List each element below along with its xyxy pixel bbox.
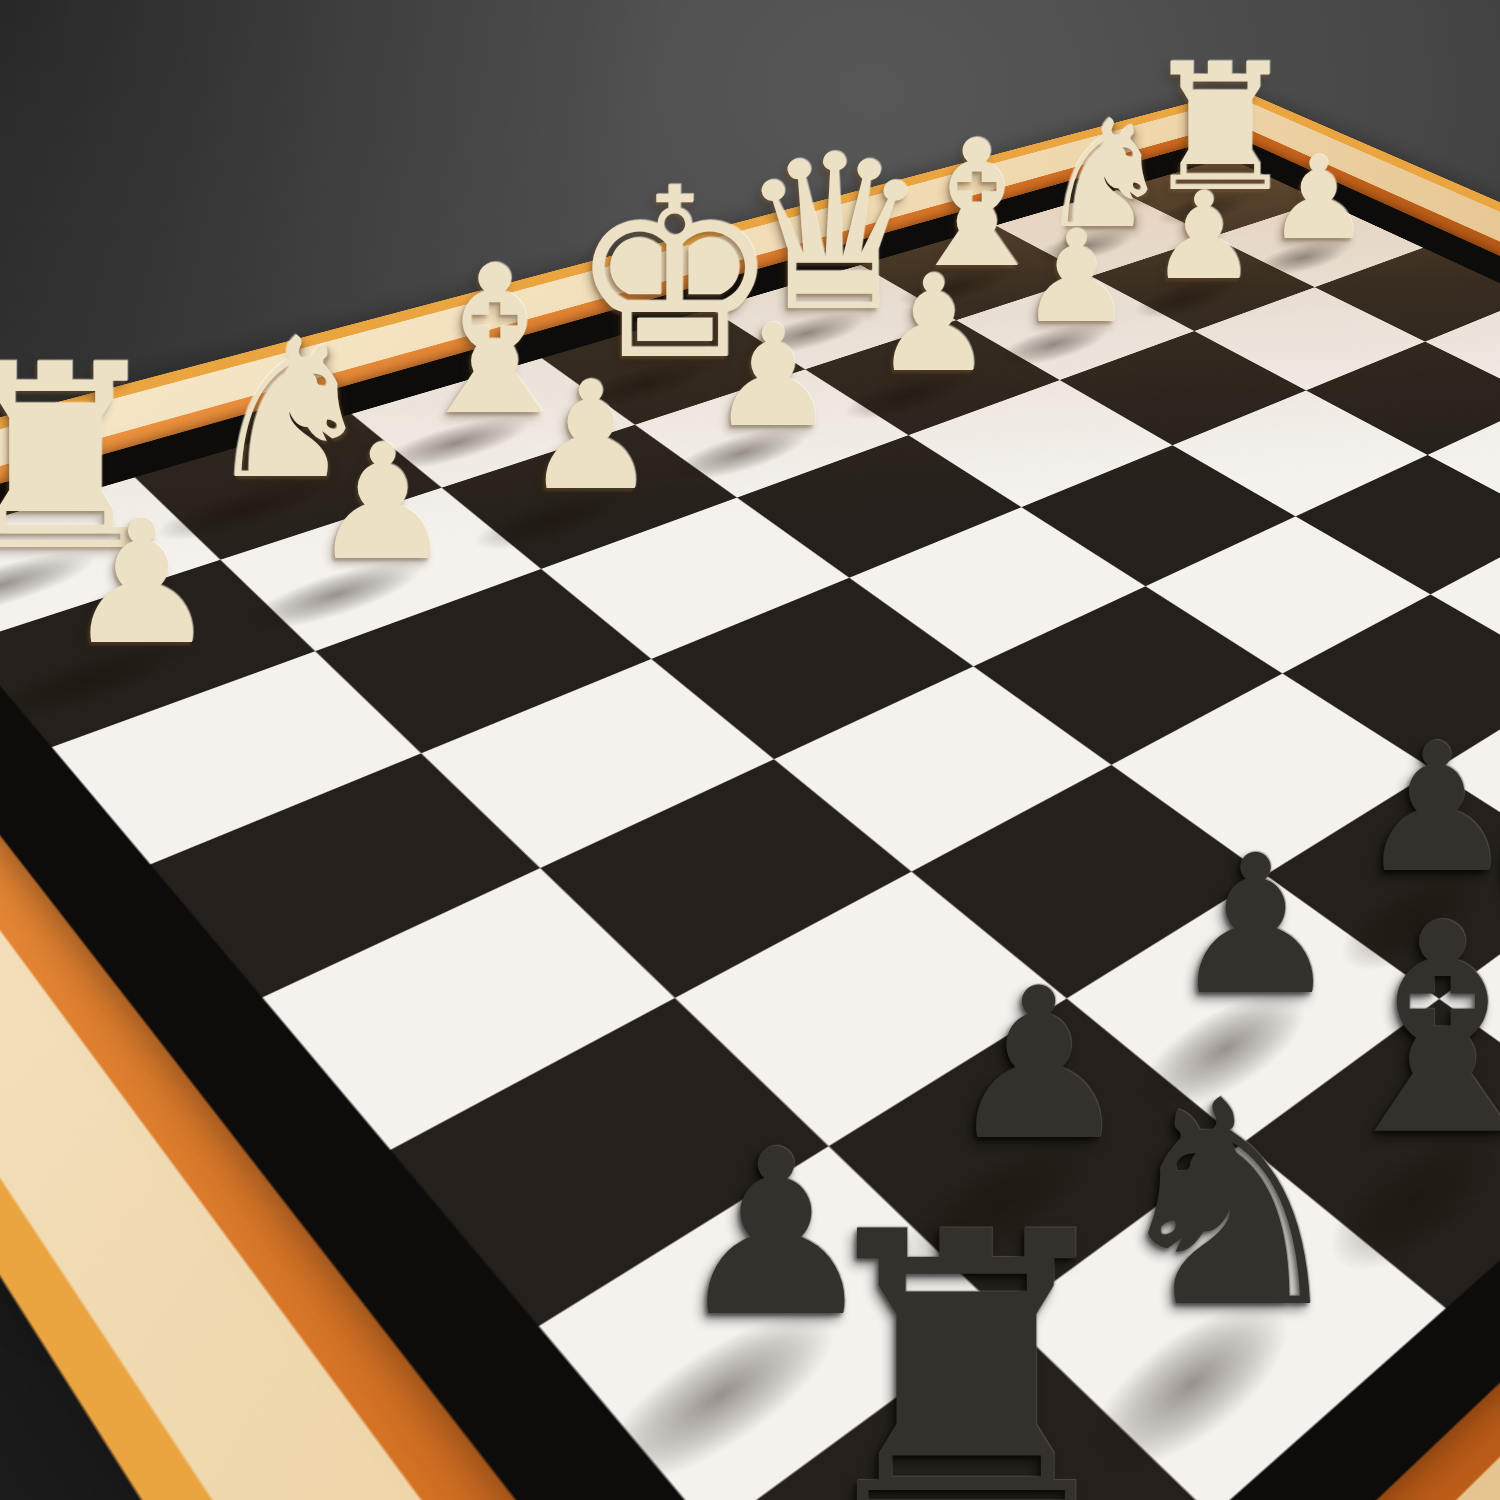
black-knight-g8[interactable]: ♞ [1102, 1063, 1356, 1346]
white-pawn-f2[interactable]: ♟ [524, 361, 658, 511]
pieces-layer: ♜♞♝♛♚♝♞♜♟♟♟♟♟♟♟♟♟♟♟♟♟♟♟♟♜♞♝♛♚♝♞♜ [0, 0, 1500, 1500]
chess-scene: ♜♞♝♛♚♝♞♜♟♟♟♟♟♟♟♟♟♟♟♟♟♟♟♟♜♞♝♛♚♝♞♜ [0, 0, 1500, 1500]
white-pawn-d2[interactable]: ♟ [873, 257, 993, 391]
white-pawn-a2[interactable]: ♟ [1267, 141, 1370, 256]
white-pawn-b2[interactable]: ♟ [1149, 175, 1257, 296]
black-rook-h8[interactable]: ♜ [792, 1182, 1140, 1500]
white-pawn-e2[interactable]: ♟ [710, 306, 836, 447]
white-pawn-g2[interactable]: ♟ [311, 424, 454, 584]
white-pawn-h2[interactable]: ♟ [65, 497, 218, 668]
white-pawn-c2[interactable]: ♟ [1019, 214, 1133, 341]
